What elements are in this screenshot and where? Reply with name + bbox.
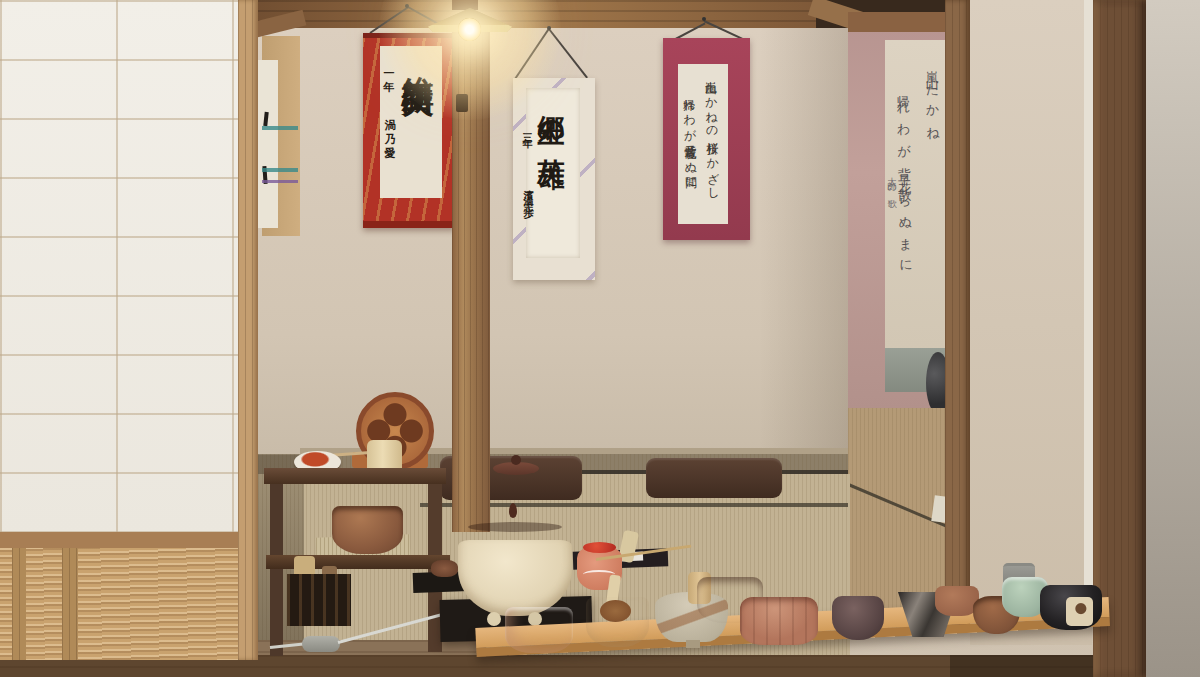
shoji-panel-stile-1 bbox=[12, 548, 26, 660]
wall-edge-highlight bbox=[1084, 0, 1093, 620]
partial-scroll-stripe-teal-2 bbox=[262, 168, 298, 172]
whisk-bristles bbox=[600, 600, 631, 622]
lamp-ceiling-mount bbox=[452, 0, 478, 10]
black-bowl-cream-panel bbox=[1066, 597, 1093, 626]
brazier-foot-left bbox=[487, 612, 501, 626]
floor-box bbox=[287, 574, 351, 626]
crimson-scroll-column-right: 嵐山たかねの桜折りかざし bbox=[704, 72, 719, 194]
shoji-paper bbox=[0, 0, 238, 532]
side-scroll-annotation: 太郎の歌 bbox=[887, 170, 896, 196]
shoji-panel-stile-2 bbox=[62, 548, 78, 660]
doorway-pillar bbox=[945, 0, 970, 625]
small-teapot bbox=[431, 560, 458, 577]
shelf-leg-left bbox=[270, 484, 283, 656]
lamp-bulb bbox=[458, 18, 481, 41]
kettle-lid-knob bbox=[511, 455, 521, 465]
kettle-front-lug bbox=[509, 503, 517, 518]
tea-bowl-beige-foot bbox=[686, 640, 700, 648]
shoji-lower-panel bbox=[0, 548, 238, 660]
partial-scroll-stripe-teal-1 bbox=[262, 126, 298, 130]
right-pillar bbox=[1093, 0, 1146, 677]
red-scroll-signature: 渦乃愛 bbox=[384, 110, 395, 152]
tea-caddy-lid bbox=[583, 542, 616, 553]
right-wall bbox=[1146, 0, 1200, 677]
cream-wall-panel bbox=[970, 0, 1092, 645]
shoji-frame-right bbox=[238, 0, 258, 660]
tier2-tea-bowl bbox=[332, 506, 403, 554]
partial-scroll-paper bbox=[258, 60, 278, 228]
white-scroll-grade: 三年 bbox=[522, 126, 532, 134]
tea-bowl-dark-purple bbox=[832, 596, 884, 640]
side-scroll-column-right: 嵐山たかね bbox=[925, 60, 939, 140]
partial-scroll-stripe-purple bbox=[262, 180, 298, 183]
crimson-scroll-nail bbox=[702, 17, 706, 21]
red-scroll-bottom-rod bbox=[363, 221, 455, 228]
shelf-top-board bbox=[264, 468, 446, 484]
cord-inline-switch bbox=[302, 636, 340, 652]
side-scroll-column-main: 帰れわが背子花散らぬまに bbox=[896, 85, 912, 273]
tea-bowl-grey-pink bbox=[505, 607, 573, 653]
tea-bowl-terracotta bbox=[740, 597, 818, 645]
tea-room-scene: 嵐山たかね 帰れわが背子花散らぬまに 太郎の歌 維新回天 一年 渦乃愛 bbox=[0, 0, 1200, 677]
white-scroll-signature: 濱渦志歩 bbox=[523, 182, 533, 206]
white-scroll-main-text: 郷土の英雄 bbox=[538, 94, 565, 145]
kettle-body-band bbox=[468, 522, 562, 532]
zabuton-right bbox=[646, 458, 782, 498]
wall-shading-right bbox=[760, 28, 848, 466]
shoji-lower-rail bbox=[0, 532, 238, 548]
crimson-scroll-column-left: 帰れわが背子花散らぬ間に bbox=[683, 90, 697, 184]
